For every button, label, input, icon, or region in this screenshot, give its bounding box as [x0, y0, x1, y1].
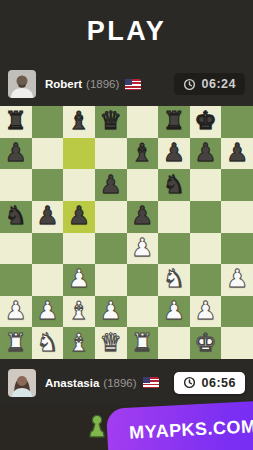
- black-pawn-f7[interactable]: ♟: [163, 140, 185, 165]
- clock-bottom: 06:56: [174, 372, 245, 394]
- us-flag-icon: [143, 377, 159, 388]
- square-f8[interactable]: ♜: [158, 106, 190, 138]
- square-b4[interactable]: [32, 233, 64, 265]
- square-c2[interactable]: ♝: [63, 296, 95, 328]
- square-d5[interactable]: [95, 201, 127, 233]
- square-f2[interactable]: ♟: [158, 296, 190, 328]
- square-d8[interactable]: ♛: [95, 106, 127, 138]
- square-f3[interactable]: ♞: [158, 264, 190, 296]
- black-pawn-b5[interactable]: ♟: [36, 203, 58, 228]
- square-b3[interactable]: [32, 264, 64, 296]
- square-g1[interactable]: ♚: [190, 327, 222, 359]
- square-a7[interactable]: ♟: [0, 138, 32, 170]
- white-pawn-e4[interactable]: ♟: [131, 235, 153, 260]
- square-f1[interactable]: [158, 327, 190, 359]
- black-bishop-e7[interactable]: ♝: [131, 140, 153, 165]
- square-e3[interactable]: [127, 264, 159, 296]
- chess-board[interactable]: ♜♝♛♜♚♟♝♟♟♟♟♞♞♟♟♟♟♟♞♟♟♟♝♟♟♟♜♞♝♛♜♚: [0, 106, 253, 359]
- square-a2[interactable]: ♟: [0, 296, 32, 328]
- square-c1[interactable]: ♝: [63, 327, 95, 359]
- black-king-g8[interactable]: ♚: [194, 108, 216, 133]
- black-pawn-d6[interactable]: ♟: [99, 172, 121, 197]
- square-e8[interactable]: [127, 106, 159, 138]
- square-d7[interactable]: [95, 138, 127, 170]
- white-bishop-c1[interactable]: ♝: [68, 330, 90, 355]
- square-h1[interactable]: [221, 327, 253, 359]
- square-a4[interactable]: [0, 233, 32, 265]
- black-knight-f6[interactable]: ♞: [163, 172, 185, 197]
- black-pawn-a7[interactable]: ♟: [5, 140, 27, 165]
- square-h8[interactable]: [221, 106, 253, 138]
- square-f7[interactable]: ♟: [158, 138, 190, 170]
- black-rook-a8[interactable]: ♜: [5, 108, 27, 133]
- watermark-text: MYAPKS.COM: [129, 416, 253, 444]
- square-b7[interactable]: [32, 138, 64, 170]
- black-pawn-e5[interactable]: ♟: [131, 203, 153, 228]
- player-rating: (1896): [103, 377, 136, 389]
- square-f6[interactable]: ♞: [158, 169, 190, 201]
- player-bar-top[interactable]: Robert (1896) 06:24: [0, 62, 253, 106]
- us-flag-icon: [125, 79, 141, 90]
- white-queen-d1[interactable]: ♛: [99, 330, 121, 355]
- square-h5[interactable]: [221, 201, 253, 233]
- square-b2[interactable]: ♟: [32, 296, 64, 328]
- black-bishop-c8[interactable]: ♝: [68, 108, 90, 133]
- square-g5[interactable]: [190, 201, 222, 233]
- white-pawn-g2[interactable]: ♟: [194, 298, 216, 323]
- square-f4[interactable]: [158, 233, 190, 265]
- square-c7[interactable]: [63, 138, 95, 170]
- square-d2[interactable]: ♟: [95, 296, 127, 328]
- square-b5[interactable]: ♟: [32, 201, 64, 233]
- square-b1[interactable]: ♞: [32, 327, 64, 359]
- white-bishop-c2[interactable]: ♝: [68, 298, 90, 323]
- white-rook-a1[interactable]: ♜: [5, 330, 27, 355]
- player-avatar[interactable]: [8, 70, 36, 98]
- square-b6[interactable]: [32, 169, 64, 201]
- square-a1[interactable]: ♜: [0, 327, 32, 359]
- square-c4[interactable]: [63, 233, 95, 265]
- square-c3[interactable]: ♟: [63, 264, 95, 296]
- player-name: Robert: [45, 78, 82, 90]
- square-a3[interactable]: [0, 264, 32, 296]
- square-e1[interactable]: ♜: [127, 327, 159, 359]
- square-b8[interactable]: [32, 106, 64, 138]
- black-rook-f8[interactable]: ♜: [163, 108, 185, 133]
- square-g2[interactable]: ♟: [190, 296, 222, 328]
- white-king-g1[interactable]: ♚: [194, 330, 216, 355]
- black-pawn-g7[interactable]: ♟: [194, 140, 216, 165]
- square-g3[interactable]: [190, 264, 222, 296]
- footer: Chess MYAPKS.COM: [0, 405, 253, 450]
- square-g8[interactable]: ♚: [190, 106, 222, 138]
- square-d3[interactable]: [95, 264, 127, 296]
- square-g6[interactable]: [190, 169, 222, 201]
- square-c5[interactable]: ♟: [63, 201, 95, 233]
- white-pawn-h3[interactable]: ♟: [226, 266, 248, 291]
- square-e4[interactable]: ♟: [127, 233, 159, 265]
- square-d6[interactable]: ♟: [95, 169, 127, 201]
- black-queen-d8[interactable]: ♛: [99, 108, 121, 133]
- white-pawn-f2[interactable]: ♟: [163, 298, 185, 323]
- square-g7[interactable]: ♟: [190, 138, 222, 170]
- square-h6[interactable]: [221, 169, 253, 201]
- clock-time: 06:24: [202, 77, 236, 91]
- square-e6[interactable]: [127, 169, 159, 201]
- player-avatar[interactable]: [8, 369, 36, 397]
- white-rook-e1[interactable]: ♜: [131, 330, 153, 355]
- page-title: PLAY: [87, 16, 167, 47]
- watermark-banner[interactable]: MYAPKS.COM: [106, 397, 253, 450]
- square-d1[interactable]: ♛: [95, 327, 127, 359]
- square-h2[interactable]: [221, 296, 253, 328]
- square-f5[interactable]: [158, 201, 190, 233]
- clock-time: 06:56: [202, 376, 236, 390]
- square-g4[interactable]: [190, 233, 222, 265]
- square-h3[interactable]: ♟: [221, 264, 253, 296]
- white-pawn-c3[interactable]: ♟: [68, 266, 90, 291]
- white-pawn-a2[interactable]: ♟: [5, 298, 27, 323]
- square-c8[interactable]: ♝: [63, 106, 95, 138]
- square-h4[interactable]: [221, 233, 253, 265]
- header: PLAY: [0, 0, 253, 62]
- square-a8[interactable]: ♜: [0, 106, 32, 138]
- clock-icon: [183, 376, 196, 389]
- player-bar-bottom[interactable]: Anastasia (1896) 06:56: [0, 360, 253, 405]
- square-e2[interactable]: [127, 296, 159, 328]
- square-a6[interactable]: [0, 169, 32, 201]
- white-knight-b1[interactable]: ♞: [36, 330, 58, 355]
- square-e7[interactable]: ♝: [127, 138, 159, 170]
- square-d4[interactable]: [95, 233, 127, 265]
- white-pawn-b2[interactable]: ♟: [36, 298, 58, 323]
- square-a5[interactable]: ♞: [0, 201, 32, 233]
- player-rating: (1896): [86, 78, 119, 90]
- square-c6[interactable]: [63, 169, 95, 201]
- clock-top: 06:24: [174, 73, 245, 95]
- white-knight-f3[interactable]: ♞: [163, 266, 185, 291]
- pawn-logo-icon: [88, 413, 106, 445]
- black-pawn-h7[interactable]: ♟: [226, 140, 248, 165]
- player-name: Anastasia: [45, 377, 99, 389]
- white-pawn-d2[interactable]: ♟: [99, 298, 121, 323]
- square-h7[interactable]: ♟: [221, 138, 253, 170]
- black-pawn-c5[interactable]: ♟: [68, 203, 90, 228]
- square-e5[interactable]: ♟: [127, 201, 159, 233]
- black-knight-a5[interactable]: ♞: [5, 203, 27, 228]
- clock-icon: [183, 78, 196, 91]
